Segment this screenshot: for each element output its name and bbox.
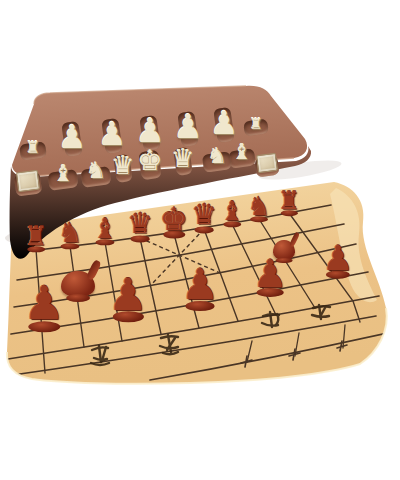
ivory-soldier[interactable]: ♟	[58, 122, 87, 152]
ivory-chariot[interactable]: ♜	[249, 117, 262, 131]
ivory-advisor[interactable]: ♛	[171, 146, 194, 171]
ivory-soldier[interactable]: ♟	[135, 115, 165, 146]
ivory-horse[interactable]: ♞	[86, 160, 107, 182]
cannon-barrel	[86, 259, 102, 280]
ivory-elephant[interactable]: ♝	[232, 142, 252, 163]
red-soldier-file5[interactable]: ♟	[181, 265, 219, 305]
ivory-horse[interactable]: ♞	[207, 146, 227, 167]
ivory-cannon[interactable]	[16, 170, 40, 193]
red-soldier-file7[interactable]: ♟	[253, 256, 287, 292]
ivory-chariot[interactable]: ♜	[26, 140, 40, 155]
ivory-soldier[interactable]: ♟	[210, 108, 239, 138]
cannon-barrel	[289, 231, 300, 247]
red-advisor-file6[interactable]: ♛	[191, 202, 216, 229]
red-horse-file2[interactable]: ♞	[58, 220, 82, 246]
red-chariot-file1[interactable]: ♜	[24, 224, 47, 249]
red-soldier-file3[interactable]: ♟	[108, 274, 147, 316]
red-elephant-file3[interactable]: ♝	[93, 216, 117, 242]
ivory-soldier[interactable]: ♟	[98, 119, 127, 149]
ivory-advisor[interactable]: ♛	[111, 153, 134, 178]
photo-scene: ♜♟♟♟♟♟♜♝♞♛♚♛♞♝♜♞♝♛♚♛♝♞♜♟♟♟♟♟ 楚河 漢界 9/9/9…	[0, 0, 400, 480]
red-elephant-file7[interactable]: ♝	[220, 199, 243, 224]
ivory-cannon[interactable]	[256, 153, 278, 173]
red-soldier-file9[interactable]: ♟	[323, 242, 353, 274]
red-chariot-file9[interactable]: ♜	[278, 190, 300, 213]
red-horse-file8[interactable]: ♞	[248, 195, 270, 219]
red-soldier-file1[interactable]: ♟	[23, 282, 64, 326]
ivory-general[interactable]: ♚	[137, 148, 162, 175]
red-general-file5[interactable]: ♚	[160, 205, 188, 234]
piece-layer: ♜♟♟♟♟♟♜♝♞♛♚♛♞♝♜♞♝♛♚♛♝♞♜♟♟♟♟♟	[0, 0, 400, 480]
ivory-soldier[interactable]: ♟	[173, 111, 203, 142]
ivory-elephant[interactable]: ♝	[53, 163, 74, 185]
red-cannon-file2[interactable]	[61, 271, 95, 297]
red-advisor-file4[interactable]: ♛	[127, 211, 152, 238]
